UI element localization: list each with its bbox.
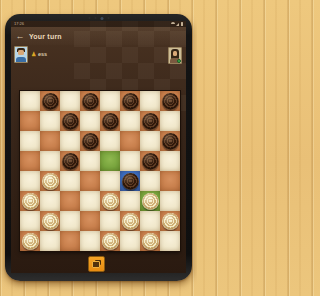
battery-icon <box>181 22 184 26</box>
square-r3c8[interactable] <box>160 131 180 151</box>
checker-light[interactable] <box>42 173 59 190</box>
checker-dark[interactable] <box>62 113 79 130</box>
square-r5c3[interactable] <box>60 171 80 191</box>
square-r1c8[interactable] <box>160 91 180 111</box>
square-r8c3[interactable] <box>60 231 80 251</box>
player-piece-icon: ♟ <box>31 50 36 58</box>
square-r6c4[interactable] <box>80 191 100 211</box>
square-r7c6[interactable] <box>120 211 140 231</box>
sensor-dot <box>88 17 90 19</box>
checker-dark[interactable] <box>142 153 159 170</box>
checker-light[interactable] <box>102 193 119 210</box>
checker-dark[interactable] <box>82 133 99 150</box>
checker-dark[interactable] <box>142 113 159 130</box>
square-r5c4[interactable] <box>80 171 100 191</box>
page-title: Your turn <box>29 33 62 40</box>
avatar-body <box>16 57 26 62</box>
square-r2c1[interactable] <box>20 111 40 131</box>
checker-light[interactable] <box>22 193 39 210</box>
square-r5c5[interactable] <box>100 171 120 191</box>
square-r3c5[interactable] <box>100 131 120 151</box>
wifi-icon <box>171 22 175 26</box>
square-r4c1[interactable] <box>20 151 40 171</box>
action-button[interactable] <box>88 256 105 272</box>
square-r7c7[interactable] <box>140 211 160 231</box>
square-r4c7[interactable] <box>140 151 160 171</box>
square-r1c1[interactable] <box>20 91 40 111</box>
square-r1c7[interactable] <box>140 91 160 111</box>
square-r3c3[interactable] <box>60 131 80 151</box>
square-r5c8[interactable] <box>160 171 180 191</box>
checker-dark[interactable] <box>62 153 79 170</box>
player-name-badge: ♟ ess <box>31 50 47 58</box>
square-r4c8[interactable] <box>160 151 180 171</box>
square-r4c4[interactable] <box>80 151 100 171</box>
square-r5c2[interactable] <box>40 171 60 191</box>
checker-dark[interactable] <box>162 93 179 110</box>
signal-icon <box>176 23 179 26</box>
checker-dark[interactable] <box>122 93 139 110</box>
sensor-dot <box>107 17 109 19</box>
square-r7c3[interactable] <box>60 211 80 231</box>
square-r1c2[interactable] <box>40 91 60 111</box>
square-r1c5[interactable] <box>100 91 120 111</box>
square-r6c7[interactable] <box>140 191 160 211</box>
square-r3c2[interactable] <box>40 131 60 151</box>
checker-light[interactable] <box>102 233 119 250</box>
square-r8c4[interactable] <box>80 231 100 251</box>
square-r8c1[interactable] <box>20 231 40 251</box>
checker-light[interactable] <box>122 213 139 230</box>
checker-dark[interactable] <box>122 173 139 190</box>
square-r6c6[interactable] <box>120 191 140 211</box>
player-avatar-right[interactable] <box>168 47 182 64</box>
square-r2c3[interactable] <box>60 111 80 131</box>
square-r8c2[interactable] <box>40 231 60 251</box>
square-r3c7[interactable] <box>140 131 160 151</box>
checker-light[interactable] <box>42 213 59 230</box>
app-screen: 17:26 ← Your turn ♟ ess <box>11 21 186 273</box>
tablet-frame: 17:26 ← Your turn ♟ ess <box>5 14 192 281</box>
square-r4c2[interactable] <box>40 151 60 171</box>
square-r2c2[interactable] <box>40 111 60 131</box>
back-button[interactable]: ← <box>11 27 29 45</box>
square-r3c6[interactable] <box>120 131 140 151</box>
checker-dark[interactable] <box>162 133 179 150</box>
square-r2c8[interactable] <box>160 111 180 131</box>
square-r6c2[interactable] <box>40 191 60 211</box>
avatar-face <box>173 51 177 56</box>
checker-light[interactable] <box>162 213 179 230</box>
checker-light[interactable] <box>142 233 159 250</box>
square-r6c3[interactable] <box>60 191 80 211</box>
player-row: ♟ ess <box>11 46 186 64</box>
square-r8c6[interactable] <box>120 231 140 251</box>
square-r6c5[interactable] <box>100 191 120 211</box>
square-r6c1[interactable] <box>20 191 40 211</box>
checker-light[interactable] <box>22 233 39 250</box>
stacked-squares-icon <box>92 260 101 268</box>
square-r2c7[interactable] <box>140 111 160 131</box>
square-r7c1[interactable] <box>20 211 40 231</box>
online-status-dot <box>177 59 181 63</box>
front-camera-row <box>88 16 109 20</box>
square-r1c4[interactable] <box>80 91 100 111</box>
square-r3c1[interactable] <box>20 131 40 151</box>
square-r4c6[interactable] <box>120 151 140 171</box>
square-r6c8[interactable] <box>160 191 180 211</box>
square-r8c8[interactable] <box>160 231 180 251</box>
square-r2c6[interactable] <box>120 111 140 131</box>
square-r5c6[interactable] <box>120 171 140 191</box>
app-bar: ← Your turn <box>11 27 186 45</box>
square-r7c2[interactable] <box>40 211 60 231</box>
square-r1c3[interactable] <box>60 91 80 111</box>
player-name: ess <box>38 51 47 57</box>
camera-icon <box>100 17 103 20</box>
checker-light[interactable] <box>142 193 159 210</box>
square-r2c4[interactable] <box>80 111 100 131</box>
square-r3c4[interactable] <box>80 131 100 151</box>
square-r2c5[interactable] <box>100 111 120 131</box>
square-r7c8[interactable] <box>160 211 180 231</box>
checker-dark[interactable] <box>42 93 59 110</box>
square-r8c7[interactable] <box>140 231 160 251</box>
square-r1c6[interactable] <box>120 91 140 111</box>
square-r5c7[interactable] <box>140 171 160 191</box>
square-r4c3[interactable] <box>60 151 80 171</box>
checkers-board[interactable] <box>20 91 180 251</box>
square-r5c1[interactable] <box>20 171 40 191</box>
avatar-face <box>18 50 24 55</box>
player-avatar-left[interactable] <box>14 46 28 63</box>
checker-dark[interactable] <box>102 113 119 130</box>
square-r7c4[interactable] <box>80 211 100 231</box>
square-r4c5[interactable] <box>100 151 120 171</box>
square-r8c5[interactable] <box>100 231 120 251</box>
square-r7c5[interactable] <box>100 211 120 231</box>
sensor-dot <box>94 17 96 19</box>
checker-dark[interactable] <box>82 93 99 110</box>
